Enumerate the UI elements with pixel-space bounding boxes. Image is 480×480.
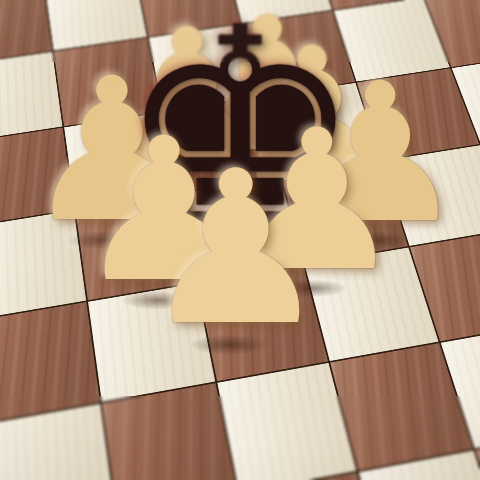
white-pawn[interactable]: ♟: [130, 143, 342, 355]
board-photo: ♚♟♟♟♟♟♟♟♟: [0, 0, 480, 480]
